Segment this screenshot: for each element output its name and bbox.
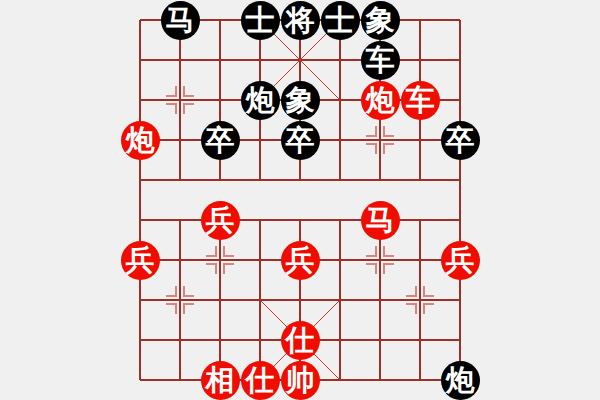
piece-black-elephant[interactable]: 象: [361, 1, 400, 40]
piece-black-advisor[interactable]: 士: [321, 1, 360, 40]
piece-black-chariot[interactable]: 车: [361, 41, 400, 80]
piece-red-cannon[interactable]: 炮: [361, 81, 400, 120]
piece-black-cannon[interactable]: 炮: [241, 81, 280, 120]
piece-red-pawn[interactable]: 兵: [441, 241, 480, 280]
piece-red-king[interactable]: 帅: [281, 361, 320, 400]
piece-red-advisor[interactable]: 仕: [241, 361, 280, 400]
pieces-layer: 马士将士象车炮象炮车炮卒卒卒兵马兵兵兵仕相仕帅炮: [120, 0, 480, 400]
piece-red-elephant[interactable]: 相: [201, 361, 240, 400]
piece-black-horse[interactable]: 马: [161, 1, 200, 40]
piece-red-cannon[interactable]: 炮: [121, 121, 160, 160]
piece-black-king[interactable]: 将: [281, 1, 320, 40]
piece-black-elephant[interactable]: 象: [281, 81, 320, 120]
piece-red-horse[interactable]: 马: [361, 201, 400, 240]
piece-black-pawn[interactable]: 卒: [441, 121, 480, 160]
piece-red-pawn[interactable]: 兵: [121, 241, 160, 280]
piece-red-pawn[interactable]: 兵: [201, 201, 240, 240]
piece-black-cannon[interactable]: 炮: [441, 361, 480, 400]
piece-black-pawn[interactable]: 卒: [201, 121, 240, 160]
piece-black-pawn[interactable]: 卒: [281, 121, 320, 160]
xiangqi-board[interactable]: 马士将士象车炮象炮车炮卒卒卒兵马兵兵兵仕相仕帅炮: [0, 0, 600, 400]
piece-red-chariot[interactable]: 车: [401, 81, 440, 120]
piece-black-advisor[interactable]: 士: [241, 1, 280, 40]
piece-red-advisor[interactable]: 仕: [281, 321, 320, 360]
piece-red-pawn[interactable]: 兵: [281, 241, 320, 280]
